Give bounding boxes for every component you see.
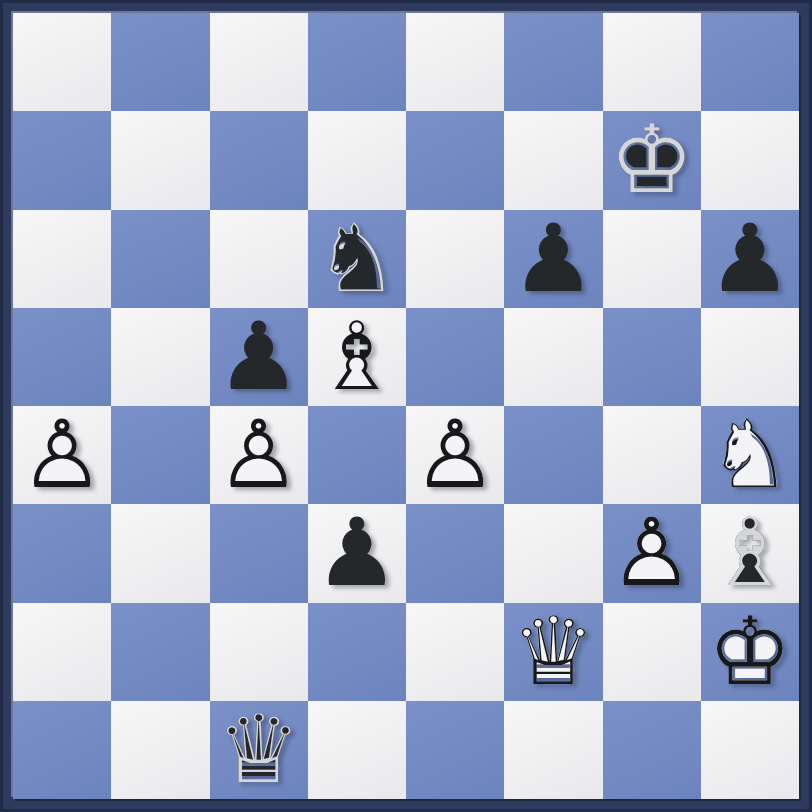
square-h7[interactable]	[701, 111, 799, 209]
square-a2[interactable]	[13, 603, 111, 701]
square-d8[interactable]	[308, 13, 406, 111]
white-queen-f2[interactable]: ♛♕	[504, 603, 602, 701]
chess-board-frame: ♚♔♞♘♟♟♟♝♗♟♙♟♙♟♙♞♘♟♟♙♝♗♛♕♚♔♛♕	[0, 0, 812, 812]
square-h6[interactable]: ♟	[701, 210, 799, 308]
white-king-icon: ♚	[701, 603, 799, 701]
black-pawn-f6[interactable]: ♟	[504, 210, 602, 308]
white-pawn-icon: ♟	[13, 406, 111, 504]
square-c5[interactable]: ♟	[210, 308, 308, 406]
square-h4[interactable]: ♞♘	[701, 406, 799, 504]
white-knight-icon: ♞	[701, 406, 799, 504]
square-d4[interactable]	[308, 406, 406, 504]
white-pawn-icon: ♟	[406, 406, 504, 504]
square-b4[interactable]	[111, 406, 209, 504]
square-d3[interactable]: ♟	[308, 504, 406, 602]
white-bishop-d5[interactable]: ♝♗	[308, 308, 406, 406]
square-g4[interactable]	[603, 406, 701, 504]
square-a6[interactable]	[13, 210, 111, 308]
square-g5[interactable]	[603, 308, 701, 406]
square-f1[interactable]	[504, 701, 602, 799]
square-b6[interactable]	[111, 210, 209, 308]
square-h8[interactable]	[701, 13, 799, 111]
black-queen-c1[interactable]: ♛♕	[210, 701, 308, 799]
square-g8[interactable]	[603, 13, 701, 111]
black-pawn-icon: ♟	[210, 308, 308, 406]
square-c4[interactable]: ♟♙	[210, 406, 308, 504]
white-bishop-icon: ♝	[308, 308, 406, 406]
square-h3[interactable]: ♝♗	[701, 504, 799, 602]
black-queen-outline-icon: ♕	[210, 701, 308, 799]
square-g2[interactable]	[603, 603, 701, 701]
square-f4[interactable]	[504, 406, 602, 504]
square-e1[interactable]	[406, 701, 504, 799]
black-king-icon: ♚	[603, 111, 701, 209]
square-c3[interactable]	[210, 504, 308, 602]
square-a4[interactable]: ♟♙	[13, 406, 111, 504]
square-b5[interactable]	[111, 308, 209, 406]
black-knight-icon: ♞	[308, 210, 406, 308]
black-knight-d6[interactable]: ♞♘	[308, 210, 406, 308]
white-pawn-c4[interactable]: ♟♙	[210, 406, 308, 504]
white-queen-outline-icon: ♕	[504, 603, 602, 701]
white-bishop-outline-icon: ♗	[308, 308, 406, 406]
white-pawn-e4[interactable]: ♟♙	[406, 406, 504, 504]
square-e2[interactable]	[406, 603, 504, 701]
square-d1[interactable]	[308, 701, 406, 799]
square-f2[interactable]: ♛♕	[504, 603, 602, 701]
black-bishop-icon: ♝	[701, 504, 799, 602]
square-c8[interactable]	[210, 13, 308, 111]
white-king-h2[interactable]: ♚♔	[701, 603, 799, 701]
white-queen-icon: ♛	[504, 603, 602, 701]
square-a1[interactable]	[13, 701, 111, 799]
square-f7[interactable]	[504, 111, 602, 209]
square-g1[interactable]	[603, 701, 701, 799]
white-knight-h4[interactable]: ♞♘	[701, 406, 799, 504]
white-pawn-outline-icon: ♙	[603, 504, 701, 602]
black-king-g7[interactable]: ♚♔	[603, 111, 701, 209]
square-h1[interactable]	[701, 701, 799, 799]
square-e7[interactable]	[406, 111, 504, 209]
white-pawn-g3[interactable]: ♟♙	[603, 504, 701, 602]
black-pawn-c5[interactable]: ♟	[210, 308, 308, 406]
chess-board: ♚♔♞♘♟♟♟♝♗♟♙♟♙♟♙♞♘♟♟♙♝♗♛♕♚♔♛♕	[13, 13, 799, 799]
square-d7[interactable]	[308, 111, 406, 209]
black-king-outline-icon: ♔	[603, 111, 701, 209]
black-pawn-icon: ♟	[701, 210, 799, 308]
square-e4[interactable]: ♟♙	[406, 406, 504, 504]
square-g3[interactable]: ♟♙	[603, 504, 701, 602]
black-pawn-d3[interactable]: ♟	[308, 504, 406, 602]
white-pawn-icon: ♟	[210, 406, 308, 504]
white-king-outline-icon: ♔	[701, 603, 799, 701]
square-a7[interactable]	[13, 111, 111, 209]
square-e8[interactable]	[406, 13, 504, 111]
square-b1[interactable]	[111, 701, 209, 799]
square-e6[interactable]	[406, 210, 504, 308]
square-a3[interactable]	[13, 504, 111, 602]
white-pawn-icon: ♟	[603, 504, 701, 602]
square-a8[interactable]	[13, 13, 111, 111]
square-h5[interactable]	[701, 308, 799, 406]
square-d6[interactable]: ♞♘	[308, 210, 406, 308]
square-c1[interactable]: ♛♕	[210, 701, 308, 799]
square-e3[interactable]	[406, 504, 504, 602]
white-pawn-outline-icon: ♙	[406, 406, 504, 504]
square-c7[interactable]	[210, 111, 308, 209]
square-f8[interactable]	[504, 13, 602, 111]
square-f5[interactable]	[504, 308, 602, 406]
black-pawn-icon: ♟	[504, 210, 602, 308]
square-f6[interactable]: ♟	[504, 210, 602, 308]
square-a5[interactable]	[13, 308, 111, 406]
white-pawn-a4[interactable]: ♟♙	[13, 406, 111, 504]
black-bishop-h3[interactable]: ♝♗	[701, 504, 799, 602]
square-c2[interactable]	[210, 603, 308, 701]
black-queen-icon: ♛	[210, 701, 308, 799]
square-d2[interactable]	[308, 603, 406, 701]
square-g6[interactable]	[603, 210, 701, 308]
square-g7[interactable]: ♚♔	[603, 111, 701, 209]
square-c6[interactable]	[210, 210, 308, 308]
square-e5[interactable]	[406, 308, 504, 406]
black-pawn-icon: ♟	[308, 504, 406, 602]
white-pawn-outline-icon: ♙	[13, 406, 111, 504]
white-pawn-outline-icon: ♙	[210, 406, 308, 504]
square-b7[interactable]	[111, 111, 209, 209]
square-b2[interactable]	[111, 603, 209, 701]
white-knight-outline-icon: ♘	[701, 406, 799, 504]
black-knight-outline-icon: ♘	[308, 210, 406, 308]
square-d5[interactable]: ♝♗	[308, 308, 406, 406]
square-b3[interactable]	[111, 504, 209, 602]
square-f3[interactable]	[504, 504, 602, 602]
black-pawn-h6[interactable]: ♟	[701, 210, 799, 308]
square-b8[interactable]	[111, 13, 209, 111]
square-h2[interactable]: ♚♔	[701, 603, 799, 701]
black-bishop-outline-icon: ♗	[701, 504, 799, 602]
